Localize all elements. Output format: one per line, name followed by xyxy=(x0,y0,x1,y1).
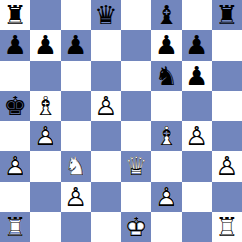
square-d7[interactable] xyxy=(91,30,121,60)
square-g7[interactable]: ♟ xyxy=(182,30,212,60)
piece-black-pawn[interactable]: ♟ xyxy=(30,30,60,60)
square-b3[interactable] xyxy=(30,151,60,181)
piece-glyph: ♟ xyxy=(185,32,208,58)
piece-black-pawn[interactable]: ♟ xyxy=(0,30,30,60)
piece-black-pawn[interactable]: ♟ xyxy=(151,30,181,60)
piece-glyph: ♚ xyxy=(3,93,26,119)
piece-glyph: ♝ xyxy=(155,2,178,28)
piece-outline-layer: ♖ xyxy=(215,214,238,240)
piece-black-knight[interactable]: ♞ xyxy=(151,61,181,91)
piece-white-queen[interactable]: ♛♕ xyxy=(121,151,151,181)
piece-white-pawn[interactable]: ♟♙ xyxy=(0,151,30,181)
piece-glyph: ♟ xyxy=(155,32,178,58)
square-b6[interactable] xyxy=(30,61,60,91)
square-e8[interactable] xyxy=(121,0,151,30)
square-c4[interactable] xyxy=(61,121,91,151)
piece-glyph: ♜ xyxy=(215,2,238,28)
piece-glyph: ♞ xyxy=(155,63,178,89)
square-h6[interactable] xyxy=(212,61,242,91)
square-h2[interactable] xyxy=(212,182,242,212)
piece-glyph: ♟ xyxy=(185,63,208,89)
piece-outline-layer: ♙ xyxy=(34,123,57,149)
square-d6[interactable] xyxy=(91,61,121,91)
square-h8[interactable]: ♜ xyxy=(212,0,242,30)
piece-glyph: ♟ xyxy=(34,32,57,58)
square-f4[interactable]: ♝♗ xyxy=(151,121,181,151)
square-c8[interactable] xyxy=(61,0,91,30)
square-d8[interactable]: ♛ xyxy=(91,0,121,30)
square-d5[interactable]: ♟♙ xyxy=(91,91,121,121)
square-a6[interactable] xyxy=(0,61,30,91)
square-b2[interactable] xyxy=(30,182,60,212)
square-f2[interactable]: ♟♙ xyxy=(151,182,181,212)
chess-board: ♜♛♝♜♟♟♟♟♟♞♟♚♝♗♟♙♟♙♝♗♟♙♟♙♞♘♛♕♟♙♟♙♟♙♜♖♚♔♜♖ xyxy=(0,0,242,242)
square-e4[interactable] xyxy=(121,121,151,151)
piece-black-bishop[interactable]: ♝ xyxy=(151,0,181,30)
piece-outline-layer: ♗ xyxy=(34,93,57,119)
piece-white-rook[interactable]: ♜♖ xyxy=(0,212,30,242)
piece-outline-layer: ♕ xyxy=(124,153,147,179)
square-a5[interactable]: ♚ xyxy=(0,91,30,121)
piece-outline-layer: ♙ xyxy=(155,184,178,210)
square-a8[interactable]: ♜ xyxy=(0,0,30,30)
piece-outline-layer: ♖ xyxy=(3,214,26,240)
square-e6[interactable] xyxy=(121,61,151,91)
square-g3[interactable] xyxy=(182,151,212,181)
square-f8[interactable]: ♝ xyxy=(151,0,181,30)
square-a7[interactable]: ♟ xyxy=(0,30,30,60)
square-c6[interactable] xyxy=(61,61,91,91)
square-c5[interactable] xyxy=(61,91,91,121)
piece-white-pawn[interactable]: ♟♙ xyxy=(61,182,91,212)
piece-outline-layer: ♙ xyxy=(64,184,87,210)
piece-white-knight[interactable]: ♞♘ xyxy=(61,151,91,181)
square-e1[interactable]: ♚♔ xyxy=(121,212,151,242)
square-f1[interactable] xyxy=(151,212,181,242)
piece-glyph: ♜ xyxy=(3,2,26,28)
piece-glyph: ♟ xyxy=(64,32,87,58)
square-h7[interactable] xyxy=(212,30,242,60)
piece-glyph: ♟ xyxy=(3,32,26,58)
square-d2[interactable] xyxy=(91,182,121,212)
piece-black-pawn[interactable]: ♟ xyxy=(182,61,212,91)
square-g6[interactable]: ♟ xyxy=(182,61,212,91)
piece-outline-layer: ♙ xyxy=(3,153,26,179)
piece-black-pawn[interactable]: ♟ xyxy=(182,30,212,60)
piece-outline-layer: ♘ xyxy=(64,153,87,179)
piece-white-bishop[interactable]: ♝♗ xyxy=(30,91,60,121)
square-e7[interactable] xyxy=(121,30,151,60)
square-g2[interactable] xyxy=(182,182,212,212)
piece-white-pawn[interactable]: ♟♙ xyxy=(182,121,212,151)
square-e5[interactable] xyxy=(121,91,151,121)
square-g5[interactable] xyxy=(182,91,212,121)
piece-black-rook[interactable]: ♜ xyxy=(0,0,30,30)
piece-outline-layer: ♙ xyxy=(185,123,208,149)
piece-glyph: ♛ xyxy=(94,2,117,28)
square-a2[interactable] xyxy=(0,182,30,212)
piece-black-pawn[interactable]: ♟ xyxy=(61,30,91,60)
square-g8[interactable] xyxy=(182,0,212,30)
piece-white-rook[interactable]: ♜♖ xyxy=(212,212,242,242)
piece-outline-layer: ♙ xyxy=(215,153,238,179)
square-g4[interactable]: ♟♙ xyxy=(182,121,212,151)
square-d3[interactable] xyxy=(91,151,121,181)
square-b5[interactable]: ♝♗ xyxy=(30,91,60,121)
piece-white-bishop[interactable]: ♝♗ xyxy=(151,121,181,151)
square-c2[interactable]: ♟♙ xyxy=(61,182,91,212)
square-h1[interactable]: ♜♖ xyxy=(212,212,242,242)
square-d1[interactable] xyxy=(91,212,121,242)
square-a1[interactable]: ♜♖ xyxy=(0,212,30,242)
square-h5[interactable] xyxy=(212,91,242,121)
square-c7[interactable]: ♟ xyxy=(61,30,91,60)
square-a4[interactable] xyxy=(0,121,30,151)
square-e2[interactable] xyxy=(121,182,151,212)
square-h4[interactable] xyxy=(212,121,242,151)
square-f3[interactable] xyxy=(151,151,181,181)
square-f6[interactable]: ♞ xyxy=(151,61,181,91)
piece-black-queen[interactable]: ♛ xyxy=(91,0,121,30)
piece-black-king[interactable]: ♚ xyxy=(0,91,30,121)
square-e3[interactable]: ♛♕ xyxy=(121,151,151,181)
square-b1[interactable] xyxy=(30,212,60,242)
square-b4[interactable]: ♟♙ xyxy=(30,121,60,151)
square-b7[interactable]: ♟ xyxy=(30,30,60,60)
square-a3[interactable]: ♟♙ xyxy=(0,151,30,181)
piece-outline-layer: ♔ xyxy=(124,214,147,240)
piece-outline-layer: ♗ xyxy=(155,123,178,149)
piece-white-pawn[interactable]: ♟♙ xyxy=(151,182,181,212)
square-f5[interactable] xyxy=(151,91,181,121)
square-h3[interactable]: ♟♙ xyxy=(212,151,242,181)
piece-white-pawn[interactable]: ♟♙ xyxy=(91,91,121,121)
square-c3[interactable]: ♞♘ xyxy=(61,151,91,181)
square-c1[interactable] xyxy=(61,212,91,242)
piece-white-pawn[interactable]: ♟♙ xyxy=(30,121,60,151)
piece-white-king[interactable]: ♚♔ xyxy=(121,212,151,242)
piece-outline-layer: ♙ xyxy=(94,93,117,119)
piece-black-rook[interactable]: ♜ xyxy=(212,0,242,30)
square-g1[interactable] xyxy=(182,212,212,242)
square-f7[interactable]: ♟ xyxy=(151,30,181,60)
square-b8[interactable] xyxy=(30,0,60,30)
piece-white-pawn[interactable]: ♟♙ xyxy=(212,151,242,181)
square-d4[interactable] xyxy=(91,121,121,151)
